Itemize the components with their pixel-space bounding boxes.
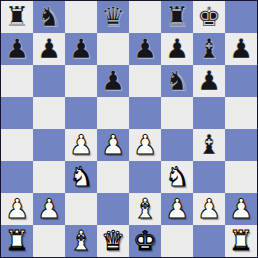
piece-black-pawn[interactable]: ♟ xyxy=(133,35,157,62)
square-a7[interactable]: ♟ xyxy=(1,33,33,65)
square-c2[interactable] xyxy=(65,193,97,225)
square-c4[interactable]: ♟ xyxy=(65,129,97,161)
square-e4[interactable]: ♟ xyxy=(129,129,161,161)
square-f8[interactable]: ♜ xyxy=(161,1,193,33)
square-d1[interactable]: ♛ xyxy=(97,225,129,257)
square-c5[interactable] xyxy=(65,97,97,129)
piece-white-king[interactable]: ♚ xyxy=(133,227,157,254)
piece-black-knight[interactable]: ♞ xyxy=(165,67,189,94)
square-a1[interactable]: ♜ xyxy=(1,225,33,257)
square-f5[interactable] xyxy=(161,97,193,129)
square-h6[interactable] xyxy=(225,65,257,97)
piece-black-king[interactable]: ♚ xyxy=(197,3,221,30)
square-e7[interactable]: ♟ xyxy=(129,33,161,65)
square-f1[interactable] xyxy=(161,225,193,257)
piece-black-rook[interactable]: ♜ xyxy=(165,3,189,30)
square-c6[interactable] xyxy=(65,65,97,97)
square-f4[interactable] xyxy=(161,129,193,161)
square-e1[interactable]: ♚ xyxy=(129,225,161,257)
square-c8[interactable] xyxy=(65,1,97,33)
square-e8[interactable] xyxy=(129,1,161,33)
piece-black-bishop[interactable]: ♝ xyxy=(197,35,221,62)
square-d2[interactable] xyxy=(97,193,129,225)
square-g1[interactable] xyxy=(193,225,225,257)
square-h1[interactable]: ♜ xyxy=(225,225,257,257)
piece-white-bishop[interactable]: ♝ xyxy=(133,195,157,222)
square-g3[interactable] xyxy=(193,161,225,193)
square-f2[interactable]: ♟ xyxy=(161,193,193,225)
square-e2[interactable]: ♝ xyxy=(129,193,161,225)
square-c3[interactable]: ♞ xyxy=(65,161,97,193)
piece-black-pawn[interactable]: ♟ xyxy=(5,35,29,62)
square-e3[interactable] xyxy=(129,161,161,193)
square-a6[interactable] xyxy=(1,65,33,97)
piece-white-pawn[interactable]: ♟ xyxy=(133,131,157,158)
square-b3[interactable] xyxy=(33,161,65,193)
square-g7[interactable]: ♝ xyxy=(193,33,225,65)
square-a5[interactable] xyxy=(1,97,33,129)
piece-white-pawn[interactable]: ♟ xyxy=(69,131,93,158)
piece-white-pawn[interactable]: ♟ xyxy=(229,195,253,222)
square-a4[interactable] xyxy=(1,129,33,161)
square-a3[interactable] xyxy=(1,161,33,193)
square-f3[interactable]: ♞ xyxy=(161,161,193,193)
square-a8[interactable]: ♜ xyxy=(1,1,33,33)
piece-white-rook[interactable]: ♜ xyxy=(229,227,253,254)
square-h8[interactable] xyxy=(225,1,257,33)
piece-black-pawn[interactable]: ♟ xyxy=(197,67,221,94)
piece-black-queen[interactable]: ♛ xyxy=(101,3,125,30)
square-d7[interactable] xyxy=(97,33,129,65)
piece-white-pawn[interactable]: ♟ xyxy=(101,131,125,158)
square-h2[interactable]: ♟ xyxy=(225,193,257,225)
square-g5[interactable] xyxy=(193,97,225,129)
square-d5[interactable] xyxy=(97,97,129,129)
square-d6[interactable]: ♟ xyxy=(97,65,129,97)
square-b6[interactable] xyxy=(33,65,65,97)
piece-white-knight[interactable]: ♞ xyxy=(69,163,93,190)
square-h7[interactable]: ♟ xyxy=(225,33,257,65)
piece-black-rook[interactable]: ♜ xyxy=(5,3,29,30)
piece-black-pawn[interactable]: ♟ xyxy=(165,35,189,62)
square-h3[interactable] xyxy=(225,161,257,193)
square-e5[interactable] xyxy=(129,97,161,129)
piece-black-knight[interactable]: ♞ xyxy=(37,3,61,30)
square-g2[interactable]: ♟ xyxy=(193,193,225,225)
piece-white-queen[interactable]: ♛ xyxy=(101,227,125,254)
piece-black-pawn[interactable]: ♟ xyxy=(229,35,253,62)
square-h5[interactable] xyxy=(225,97,257,129)
square-b1[interactable] xyxy=(33,225,65,257)
square-f7[interactable]: ♟ xyxy=(161,33,193,65)
chess-board: ♜♞♛♜♚♟♟♟♟♟♝♟♟♞♟♟♟♟♝♞♞♟♟♝♟♟♟♜♝♛♚♜ xyxy=(0,0,258,258)
square-c7[interactable]: ♟ xyxy=(65,33,97,65)
piece-black-pawn[interactable]: ♟ xyxy=(37,35,61,62)
square-h4[interactable] xyxy=(225,129,257,161)
piece-white-pawn[interactable]: ♟ xyxy=(165,195,189,222)
piece-white-knight[interactable]: ♞ xyxy=(165,163,189,190)
piece-black-pawn[interactable]: ♟ xyxy=(69,35,93,62)
square-c1[interactable]: ♝ xyxy=(65,225,97,257)
square-b7[interactable]: ♟ xyxy=(33,33,65,65)
square-b5[interactable] xyxy=(33,97,65,129)
square-b4[interactable] xyxy=(33,129,65,161)
piece-white-pawn[interactable]: ♟ xyxy=(197,195,221,222)
piece-white-rook[interactable]: ♜ xyxy=(5,227,29,254)
square-d4[interactable]: ♟ xyxy=(97,129,129,161)
square-f6[interactable]: ♞ xyxy=(161,65,193,97)
square-b2[interactable]: ♟ xyxy=(33,193,65,225)
square-g4[interactable]: ♝ xyxy=(193,129,225,161)
piece-white-pawn[interactable]: ♟ xyxy=(37,195,61,222)
square-g8[interactable]: ♚ xyxy=(193,1,225,33)
piece-white-bishop[interactable]: ♝ xyxy=(69,227,93,254)
square-g6[interactable]: ♟ xyxy=(193,65,225,97)
piece-black-pawn[interactable]: ♟ xyxy=(101,67,125,94)
square-a2[interactable]: ♟ xyxy=(1,193,33,225)
piece-white-pawn[interactable]: ♟ xyxy=(5,195,29,222)
square-d8[interactable]: ♛ xyxy=(97,1,129,33)
square-b8[interactable]: ♞ xyxy=(33,1,65,33)
square-d3[interactable] xyxy=(97,161,129,193)
piece-black-bishop[interactable]: ♝ xyxy=(197,131,221,158)
square-e6[interactable] xyxy=(129,65,161,97)
